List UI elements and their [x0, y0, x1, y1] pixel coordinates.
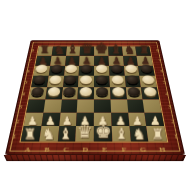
rank-label: 3 — [163, 101, 175, 115]
square-d5 — [78, 76, 94, 87]
square-e6 — [94, 65, 109, 76]
file-label: D — [76, 146, 95, 154]
chess-set-product-photo[interactable]: ♜♞♝♛♚♝♞♜♟♟♟♟♟♟♟♟♟♟♟♟♟♟♟♟♜♞♝♛♚♝♞♜ ABCDEFG… — [0, 0, 190, 190]
checkers-disc-light — [111, 76, 123, 85]
chess-piece-bK: ♚ — [95, 41, 108, 55]
square-a7: ♟ — [35, 56, 51, 66]
square-g2: ♟ — [128, 112, 147, 126]
square-a6 — [33, 65, 50, 76]
file-label: G — [133, 146, 153, 154]
square-g6 — [123, 65, 139, 76]
rank-label: 6 — [157, 65, 168, 76]
rank-label: 5 — [159, 76, 170, 88]
chess-piece-wB: ♝ — [114, 126, 128, 142]
square-f3 — [110, 99, 127, 112]
square-a4 — [29, 87, 47, 99]
file-label: C — [56, 146, 76, 154]
square-g1: ♞ — [129, 126, 149, 141]
square-c1: ♝ — [57, 126, 76, 141]
checkers-disc-light — [65, 65, 77, 73]
checkers-disc-dark — [140, 65, 153, 73]
square-b5 — [47, 76, 64, 87]
square-h4 — [141, 87, 159, 99]
checkers-disc-dark — [64, 76, 76, 85]
box-front-edge — [4, 155, 187, 161]
checkers-disc-light — [144, 87, 158, 96]
checkers-disc-dark — [96, 76, 108, 85]
square-d1: ♛ — [76, 126, 94, 141]
square-c5 — [63, 76, 79, 87]
square-b1: ♞ — [39, 126, 59, 141]
checkers-disc-light — [142, 76, 155, 85]
square-h5 — [140, 76, 157, 87]
checkers-disc-light — [112, 87, 125, 96]
square-e3 — [94, 99, 111, 112]
checkers-disc-dark — [81, 65, 93, 73]
square-c4 — [61, 87, 78, 99]
square-f5 — [109, 76, 125, 87]
square-a3 — [26, 99, 45, 112]
square-a5 — [31, 76, 48, 87]
square-h1: ♜ — [147, 126, 167, 141]
square-h6 — [138, 65, 155, 76]
checkers-disc-dark — [111, 65, 123, 73]
square-f6 — [109, 65, 125, 76]
rank-label: 7 — [155, 55, 165, 65]
square-b4 — [45, 87, 62, 99]
chess-piece-bQ: ♛ — [81, 42, 93, 56]
square-f4 — [110, 87, 127, 99]
chess-piece-wQ: ♛ — [77, 124, 93, 141]
checkers-disc-light — [47, 87, 60, 96]
chess-piece-wB: ♝ — [59, 126, 73, 142]
wooden-board-frame: ♜♞♝♛♚♝♞♜♟♟♟♟♟♟♟♟♟♟♟♟♟♟♟♟♜♞♝♛♚♝♞♜ ABCDEFG… — [5, 40, 185, 155]
board-scene: ♜♞♝♛♚♝♞♜♟♟♟♟♟♟♟♟♟♟♟♟♟♟♟♟♜♞♝♛♚♝♞♜ ABCDEFG… — [5, 40, 185, 155]
square-d6 — [79, 65, 94, 76]
file-labels: ABCDEFGH — [17, 146, 173, 154]
rank-label: 8 — [153, 46, 163, 56]
chess-piece-wR: ♜ — [151, 127, 164, 142]
square-c6 — [64, 65, 80, 76]
square-b2: ♟ — [41, 112, 60, 126]
checkers-disc-light — [125, 65, 137, 73]
square-g5 — [124, 76, 141, 87]
checkers-disc-light — [49, 76, 62, 85]
square-b7: ♟ — [50, 56, 66, 66]
file-label: E — [95, 146, 114, 154]
square-d3 — [77, 99, 94, 112]
board-grid: ♜♞♝♛♚♝♞♜♟♟♟♟♟♟♟♟♟♟♟♟♟♟♟♟♜♞♝♛♚♝♞♜ — [19, 46, 168, 143]
checkers-disc-dark — [127, 76, 140, 85]
square-e5 — [94, 76, 110, 87]
square-g3 — [127, 99, 145, 112]
chess-piece-wK: ♚ — [95, 123, 112, 142]
checkers-disc-dark — [33, 76, 46, 85]
checkers-disc-dark — [96, 87, 108, 96]
checkers-disc-light — [35, 65, 48, 73]
square-h3 — [143, 99, 162, 112]
square-g4 — [125, 87, 142, 99]
file-label: B — [37, 146, 57, 154]
chess-piece-wN: ♞ — [133, 126, 147, 141]
square-b3 — [43, 99, 61, 112]
chess-piece-wR: ♜ — [23, 127, 36, 142]
square-c3 — [60, 99, 78, 112]
rank-label: 1 — [169, 129, 183, 145]
square-d4 — [78, 87, 94, 99]
checkers-disc-dark — [128, 87, 141, 96]
checkers-disc-dark — [50, 65, 62, 73]
file-label: H — [152, 146, 173, 154]
square-e1: ♚ — [94, 126, 112, 141]
chess-piece-wN: ♞ — [41, 126, 55, 141]
rank-label: 4 — [161, 88, 173, 101]
checkers-disc-light — [96, 65, 108, 73]
file-label: A — [17, 146, 38, 154]
square-b6 — [48, 65, 64, 76]
checkers-disc-dark — [63, 87, 76, 96]
rank-label: 2 — [166, 114, 179, 129]
checkers-disc-light — [80, 87, 93, 96]
square-a1: ♜ — [21, 126, 41, 141]
square-f1: ♝ — [111, 126, 130, 141]
checkers-disc-light — [80, 76, 92, 85]
checkers-disc-dark — [31, 87, 45, 96]
file-label: F — [114, 146, 134, 154]
square-e4 — [94, 87, 110, 99]
